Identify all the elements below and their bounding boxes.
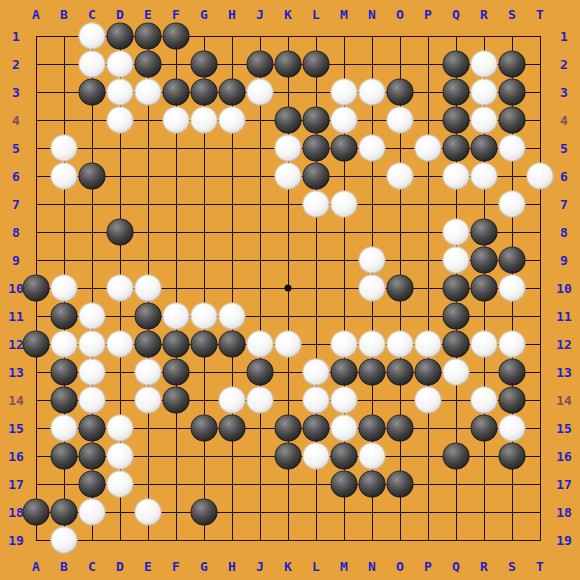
stone-white-D4[interactable] [107,107,134,134]
row-label-left-3: 3 [12,86,20,99]
stone-black-F14[interactable] [163,387,190,414]
stone-white-S12[interactable] [499,331,526,358]
column-label-top-E: E [144,8,152,21]
column-label-top-L: L [312,8,320,21]
stone-white-C13[interactable] [79,359,106,386]
go-board[interactable]: AABBCCDDEEFFGGHHJJKKLLMMNNOOPPQQRRSSTT11… [0,0,580,580]
stone-white-E14[interactable] [135,387,162,414]
column-label-top-C: C [88,8,96,21]
stone-white-N12[interactable] [359,331,386,358]
stone-black-S3[interactable] [499,79,526,106]
stone-white-N9[interactable] [359,247,386,274]
stone-white-D15[interactable] [107,415,134,442]
row-label-right-13: 13 [556,366,572,379]
stone-black-Q2[interactable] [443,51,470,78]
row-label-left-9: 9 [12,254,20,267]
stone-black-Q3[interactable] [443,79,470,106]
stone-white-D12[interactable] [107,331,134,358]
column-label-bottom-O: O [396,560,404,573]
stone-black-R5[interactable] [471,135,498,162]
stone-black-K16[interactable] [275,443,302,470]
row-label-left-18: 18 [8,506,24,519]
stone-white-N3[interactable] [359,79,386,106]
row-label-left-6: 6 [12,170,20,183]
column-label-top-M: M [340,8,348,21]
column-label-top-G: G [200,8,208,21]
stone-black-M16[interactable] [331,443,358,470]
stone-white-B5[interactable] [51,135,78,162]
stone-white-D3[interactable] [107,79,134,106]
row-label-left-8: 8 [12,226,20,239]
stone-black-S4[interactable] [499,107,526,134]
stone-white-K6[interactable] [275,163,302,190]
stone-black-N15[interactable] [359,415,386,442]
stone-black-H12[interactable] [219,331,246,358]
stone-white-F11[interactable] [163,303,190,330]
stone-white-L14[interactable] [303,387,330,414]
stone-black-L5[interactable] [303,135,330,162]
row-label-right-17: 17 [556,478,572,491]
stone-white-S5[interactable] [499,135,526,162]
stone-black-O13[interactable] [387,359,414,386]
stone-black-P13[interactable] [415,359,442,386]
stone-black-J2[interactable] [247,51,274,78]
stone-white-O4[interactable] [387,107,414,134]
stone-white-R2[interactable] [471,51,498,78]
stone-black-G12[interactable] [191,331,218,358]
column-label-top-K: K [284,8,292,21]
stone-black-R9[interactable] [471,247,498,274]
row-label-right-14: 14 [556,394,572,407]
stone-black-F13[interactable] [163,359,190,386]
grid-line-vertical [540,36,541,541]
stone-black-L4[interactable] [303,107,330,134]
row-label-left-14: 14 [8,394,24,407]
stone-black-Q12[interactable] [443,331,470,358]
stone-black-K2[interactable] [275,51,302,78]
stone-black-N17[interactable] [359,471,386,498]
stone-black-B18[interactable] [51,499,78,526]
stone-white-E3[interactable] [135,79,162,106]
row-label-right-12: 12 [556,338,572,351]
row-label-right-18: 18 [556,506,572,519]
stone-white-R6[interactable] [471,163,498,190]
stone-white-M7[interactable] [331,191,358,218]
row-label-right-2: 2 [560,58,568,71]
stone-black-S16[interactable] [499,443,526,470]
stone-black-Q11[interactable] [443,303,470,330]
stone-white-M3[interactable] [331,79,358,106]
stone-black-A12[interactable] [23,331,50,358]
column-label-bottom-D: D [116,560,124,573]
stone-black-E12[interactable] [135,331,162,358]
column-label-bottom-G: G [200,560,208,573]
stone-white-C18[interactable] [79,499,106,526]
stone-white-R12[interactable] [471,331,498,358]
stone-white-D10[interactable] [107,275,134,302]
stone-black-M13[interactable] [331,359,358,386]
column-label-bottom-E: E [144,560,152,573]
stone-white-P12[interactable] [415,331,442,358]
stone-white-N10[interactable] [359,275,386,302]
stone-white-P14[interactable] [415,387,442,414]
row-label-right-16: 16 [556,450,572,463]
stone-white-Q6[interactable] [443,163,470,190]
row-label-right-19: 19 [556,534,572,547]
stone-white-Q13[interactable] [443,359,470,386]
stone-black-S14[interactable] [499,387,526,414]
stone-black-G3[interactable] [191,79,218,106]
row-label-left-4: 4 [12,114,20,127]
column-label-bottom-A: A [32,560,40,573]
row-label-left-17: 17 [8,478,24,491]
grid-line-vertical [428,36,429,541]
stone-white-R14[interactable] [471,387,498,414]
stone-white-S10[interactable] [499,275,526,302]
stone-black-B11[interactable] [51,303,78,330]
stone-white-M4[interactable] [331,107,358,134]
stone-white-K5[interactable] [275,135,302,162]
stone-white-L16[interactable] [303,443,330,470]
stone-black-E1[interactable] [135,23,162,50]
stone-white-T6[interactable] [527,163,554,190]
column-label-top-P: P [424,8,432,21]
stone-white-K12[interactable] [275,331,302,358]
stone-white-O12[interactable] [387,331,414,358]
stone-white-C2[interactable] [79,51,106,78]
stone-black-C6[interactable] [79,163,106,190]
column-label-bottom-L: L [312,560,320,573]
stone-white-Q9[interactable] [443,247,470,274]
row-label-left-5: 5 [12,142,20,155]
column-label-top-A: A [32,8,40,21]
stone-white-B15[interactable] [51,415,78,442]
row-label-left-11: 11 [8,310,24,323]
column-label-top-O: O [396,8,404,21]
column-label-top-R: R [480,8,488,21]
stone-white-R3[interactable] [471,79,498,106]
stone-white-D17[interactable] [107,471,134,498]
stone-black-K4[interactable] [275,107,302,134]
stone-white-B19[interactable] [51,527,78,554]
stone-white-G11[interactable] [191,303,218,330]
stone-black-D8[interactable] [107,219,134,246]
column-label-bottom-Q: Q [452,560,460,573]
column-label-top-Q: Q [452,8,460,21]
stone-black-H15[interactable] [219,415,246,442]
stone-white-B10[interactable] [51,275,78,302]
stone-white-B12[interactable] [51,331,78,358]
stone-black-R8[interactable] [471,219,498,246]
row-label-right-10: 10 [556,282,572,295]
stone-black-F3[interactable] [163,79,190,106]
stone-black-N13[interactable] [359,359,386,386]
stone-black-L2[interactable] [303,51,330,78]
column-label-top-J: J [256,8,264,21]
stone-white-G4[interactable] [191,107,218,134]
stone-white-M15[interactable] [331,415,358,442]
stone-white-E13[interactable] [135,359,162,386]
row-label-right-11: 11 [556,310,572,323]
column-label-bottom-S: S [508,560,516,573]
stone-black-B16[interactable] [51,443,78,470]
stone-white-E10[interactable] [135,275,162,302]
row-label-left-10: 10 [8,282,24,295]
stone-black-S9[interactable] [499,247,526,274]
stone-white-M12[interactable] [331,331,358,358]
stone-white-N16[interactable] [359,443,386,470]
column-label-bottom-M: M [340,560,348,573]
stone-white-L13[interactable] [303,359,330,386]
row-label-right-7: 7 [560,198,568,211]
stone-black-C17[interactable] [79,471,106,498]
stone-white-Q8[interactable] [443,219,470,246]
stone-black-E2[interactable] [135,51,162,78]
column-label-bottom-H: H [228,560,236,573]
row-label-right-6: 6 [560,170,568,183]
column-label-top-S: S [508,8,516,21]
row-label-right-8: 8 [560,226,568,239]
row-label-left-7: 7 [12,198,20,211]
stone-white-L7[interactable] [303,191,330,218]
stone-black-C3[interactable] [79,79,106,106]
grid-line-horizontal [36,512,541,513]
grid-line-horizontal [36,540,541,541]
stone-black-F1[interactable] [163,23,190,50]
column-label-bottom-N: N [368,560,376,573]
stone-black-G18[interactable] [191,499,218,526]
stone-white-H4[interactable] [219,107,246,134]
stone-black-Q4[interactable] [443,107,470,134]
row-label-left-12: 12 [8,338,24,351]
stone-black-O17[interactable] [387,471,414,498]
row-label-right-1: 1 [560,30,568,43]
column-label-bottom-T: T [536,560,544,573]
stone-black-S2[interactable] [499,51,526,78]
stone-white-S7[interactable] [499,191,526,218]
star-point-K10 [285,285,292,292]
stone-white-M14[interactable] [331,387,358,414]
row-label-right-4: 4 [560,114,568,127]
stone-black-M17[interactable] [331,471,358,498]
row-label-left-13: 13 [8,366,24,379]
stone-white-C11[interactable] [79,303,106,330]
row-label-right-3: 3 [560,86,568,99]
stone-black-C15[interactable] [79,415,106,442]
row-label-left-1: 1 [12,30,20,43]
stone-black-O15[interactable] [387,415,414,442]
column-label-top-H: H [228,8,236,21]
column-label-bottom-C: C [88,560,96,573]
row-label-right-5: 5 [560,142,568,155]
stone-black-A18[interactable] [23,499,50,526]
stone-white-E18[interactable] [135,499,162,526]
stone-white-C14[interactable] [79,387,106,414]
stone-black-E11[interactable] [135,303,162,330]
stone-black-S13[interactable] [499,359,526,386]
stone-white-H11[interactable] [219,303,246,330]
stone-white-N5[interactable] [359,135,386,162]
row-label-right-9: 9 [560,254,568,267]
stone-black-A10[interactable] [23,275,50,302]
column-label-bottom-R: R [480,560,488,573]
stone-black-Q5[interactable] [443,135,470,162]
column-label-top-N: N [368,8,376,21]
stone-black-M5[interactable] [331,135,358,162]
row-label-right-15: 15 [556,422,572,435]
stone-white-F4[interactable] [163,107,190,134]
stone-white-R4[interactable] [471,107,498,134]
grid-line-horizontal [36,400,541,401]
column-label-top-B: B [60,8,68,21]
stone-black-F12[interactable] [163,331,190,358]
column-label-top-T: T [536,8,544,21]
row-label-left-19: 19 [8,534,24,547]
stone-white-P5[interactable] [415,135,442,162]
stone-white-O6[interactable] [387,163,414,190]
column-label-bottom-J: J [256,560,264,573]
stone-white-B6[interactable] [51,163,78,190]
stone-black-R15[interactable] [471,415,498,442]
stone-white-D2[interactable] [107,51,134,78]
stone-white-J12[interactable] [247,331,274,358]
stone-black-O3[interactable] [387,79,414,106]
column-label-top-F: F [172,8,180,21]
stone-black-Q16[interactable] [443,443,470,470]
column-label-top-D: D [116,8,124,21]
column-label-bottom-B: B [60,560,68,573]
stone-black-G15[interactable] [191,415,218,442]
stone-black-O10[interactable] [387,275,414,302]
column-label-bottom-P: P [424,560,432,573]
column-label-bottom-F: F [172,560,180,573]
stone-black-C16[interactable] [79,443,106,470]
row-label-left-2: 2 [12,58,20,71]
stone-black-J13[interactable] [247,359,274,386]
stone-black-L6[interactable] [303,163,330,190]
stone-black-R10[interactable] [471,275,498,302]
stone-white-H14[interactable] [219,387,246,414]
stone-white-D16[interactable] [107,443,134,470]
stone-black-G2[interactable] [191,51,218,78]
stone-black-B13[interactable] [51,359,78,386]
stone-white-S15[interactable] [499,415,526,442]
stone-white-J14[interactable] [247,387,274,414]
row-label-left-16: 16 [8,450,24,463]
stone-white-C1[interactable] [79,23,106,50]
stone-white-J3[interactable] [247,79,274,106]
stone-black-L15[interactable] [303,415,330,442]
stone-black-Q10[interactable] [443,275,470,302]
stone-black-B14[interactable] [51,387,78,414]
stone-black-D1[interactable] [107,23,134,50]
stone-black-H3[interactable] [219,79,246,106]
column-label-bottom-K: K [284,560,292,573]
stone-white-C12[interactable] [79,331,106,358]
stone-black-K15[interactable] [275,415,302,442]
row-label-left-15: 15 [8,422,24,435]
